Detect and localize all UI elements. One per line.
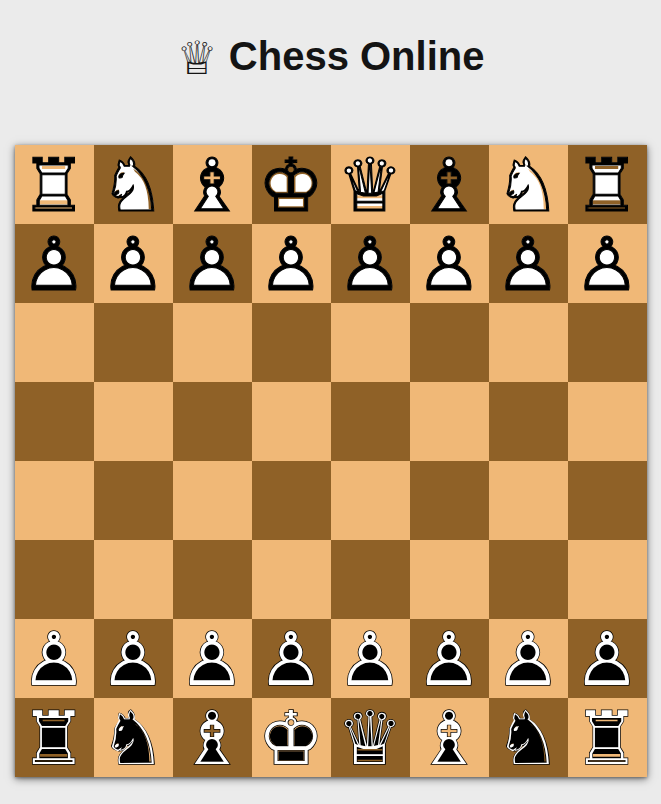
square-h6[interactable] — [15, 540, 94, 619]
square-c6[interactable] — [410, 540, 489, 619]
square-h7[interactable]: ♟♙ — [15, 619, 94, 698]
square-b3[interactable] — [489, 303, 568, 382]
page-title-text: Chess Online — [229, 34, 485, 78]
square-g2[interactable]: ♟♙ — [94, 224, 173, 303]
white-pawn[interactable]: ♟♙ — [173, 224, 252, 303]
piece-outline-glyph: ♗ — [410, 698, 489, 777]
black-bishop[interactable]: ♝♗ — [173, 698, 252, 777]
square-c4[interactable] — [410, 382, 489, 461]
square-a7[interactable]: ♟♙ — [568, 619, 647, 698]
square-f8[interactable]: ♝♗ — [173, 698, 252, 777]
square-g8[interactable]: ♞♘ — [94, 698, 173, 777]
black-knight[interactable]: ♞♘ — [94, 698, 173, 777]
white-rook[interactable]: ♜♖ — [568, 145, 647, 224]
square-e6[interactable] — [252, 540, 331, 619]
square-d6[interactable] — [331, 540, 410, 619]
square-c5[interactable] — [410, 461, 489, 540]
square-d8[interactable]: ♛♕ — [331, 698, 410, 777]
black-pawn[interactable]: ♟♙ — [15, 619, 94, 698]
page: ♕Chess Online ♜♖♞♘♝♗♚♔♛♕♝♗♞♘♜♖♟♙♟♙♟♙♟♙♟♙… — [0, 32, 661, 777]
square-e7[interactable]: ♟♙ — [252, 619, 331, 698]
square-c2[interactable]: ♟♙ — [410, 224, 489, 303]
piece-outline-glyph: ♖ — [568, 698, 647, 777]
black-bishop[interactable]: ♝♗ — [410, 698, 489, 777]
piece-outline-glyph: ♘ — [94, 145, 173, 224]
square-a5[interactable] — [568, 461, 647, 540]
square-f4[interactable] — [173, 382, 252, 461]
square-e3[interactable] — [252, 303, 331, 382]
square-b7[interactable]: ♟♙ — [489, 619, 568, 698]
white-queen-icon: ♕ — [177, 31, 218, 85]
piece-outline-glyph: ♕ — [331, 145, 410, 224]
piece-outline-glyph: ♗ — [173, 145, 252, 224]
square-e1[interactable]: ♚♔ — [252, 145, 331, 224]
piece-outline-glyph: ♔ — [252, 698, 331, 777]
square-g4[interactable] — [94, 382, 173, 461]
square-f1[interactable]: ♝♗ — [173, 145, 252, 224]
square-h1[interactable]: ♜♖ — [15, 145, 94, 224]
white-bishop[interactable]: ♝♗ — [410, 145, 489, 224]
square-d2[interactable]: ♟♙ — [331, 224, 410, 303]
black-rook[interactable]: ♜♖ — [568, 698, 647, 777]
chess-board: ♜♖♞♘♝♗♚♔♛♕♝♗♞♘♜♖♟♙♟♙♟♙♟♙♟♙♟♙♟♙♟♙♟♙♟♙♟♙♟♙… — [15, 145, 647, 777]
square-d4[interactable] — [331, 382, 410, 461]
square-g1[interactable]: ♞♘ — [94, 145, 173, 224]
white-pawn[interactable]: ♟♙ — [410, 224, 489, 303]
square-e8[interactable]: ♚♔ — [252, 698, 331, 777]
page-title: ♕Chess Online — [0, 32, 661, 82]
square-c3[interactable] — [410, 303, 489, 382]
square-h2[interactable]: ♟♙ — [15, 224, 94, 303]
white-pawn[interactable]: ♟♙ — [94, 224, 173, 303]
square-b4[interactable] — [489, 382, 568, 461]
piece-outline-glyph: ♙ — [489, 224, 568, 303]
square-d1[interactable]: ♛♕ — [331, 145, 410, 224]
piece-outline-glyph: ♙ — [410, 224, 489, 303]
piece-outline-glyph: ♙ — [252, 619, 331, 698]
piece-outline-glyph: ♔ — [252, 145, 331, 224]
piece-outline-glyph: ♙ — [173, 224, 252, 303]
square-b5[interactable] — [489, 461, 568, 540]
square-c1[interactable]: ♝♗ — [410, 145, 489, 224]
black-pawn[interactable]: ♟♙ — [252, 619, 331, 698]
square-f2[interactable]: ♟♙ — [173, 224, 252, 303]
piece-outline-glyph: ♕ — [331, 698, 410, 777]
black-pawn[interactable]: ♟♙ — [331, 619, 410, 698]
piece-outline-glyph: ♖ — [15, 698, 94, 777]
square-f3[interactable] — [173, 303, 252, 382]
piece-outline-glyph: ♖ — [15, 145, 94, 224]
black-pawn[interactable]: ♟♙ — [173, 619, 252, 698]
square-a2[interactable]: ♟♙ — [568, 224, 647, 303]
piece-outline-glyph: ♙ — [331, 619, 410, 698]
square-d3[interactable] — [331, 303, 410, 382]
square-a6[interactable] — [568, 540, 647, 619]
square-e2[interactable]: ♟♙ — [252, 224, 331, 303]
square-a3[interactable] — [568, 303, 647, 382]
square-g6[interactable] — [94, 540, 173, 619]
white-pawn[interactable]: ♟♙ — [252, 224, 331, 303]
square-f5[interactable] — [173, 461, 252, 540]
piece-outline-glyph: ♗ — [410, 145, 489, 224]
square-f7[interactable]: ♟♙ — [173, 619, 252, 698]
square-b1[interactable]: ♞♘ — [489, 145, 568, 224]
piece-outline-glyph: ♙ — [568, 224, 647, 303]
piece-outline-glyph: ♙ — [15, 224, 94, 303]
black-queen[interactable]: ♛♕ — [331, 698, 410, 777]
piece-outline-glyph: ♙ — [489, 619, 568, 698]
square-a4[interactable] — [568, 382, 647, 461]
square-d7[interactable]: ♟♙ — [331, 619, 410, 698]
white-pawn[interactable]: ♟♙ — [15, 224, 94, 303]
piece-outline-glyph: ♙ — [94, 619, 173, 698]
square-g3[interactable] — [94, 303, 173, 382]
square-a1[interactable]: ♜♖ — [568, 145, 647, 224]
square-c8[interactable]: ♝♗ — [410, 698, 489, 777]
piece-outline-glyph: ♘ — [489, 698, 568, 777]
black-pawn[interactable]: ♟♙ — [410, 619, 489, 698]
black-pawn[interactable]: ♟♙ — [489, 619, 568, 698]
piece-outline-glyph: ♙ — [568, 619, 647, 698]
piece-outline-glyph: ♙ — [331, 224, 410, 303]
black-pawn[interactable]: ♟♙ — [568, 619, 647, 698]
square-h4[interactable] — [15, 382, 94, 461]
white-queen[interactable]: ♛♕ — [331, 145, 410, 224]
white-rook[interactable]: ♜♖ — [15, 145, 94, 224]
square-e5[interactable] — [252, 461, 331, 540]
square-g7[interactable]: ♟♙ — [94, 619, 173, 698]
black-pawn[interactable]: ♟♙ — [94, 619, 173, 698]
black-knight[interactable]: ♞♘ — [489, 698, 568, 777]
white-bishop[interactable]: ♝♗ — [173, 145, 252, 224]
piece-outline-glyph: ♘ — [489, 145, 568, 224]
square-a8[interactable]: ♜♖ — [568, 698, 647, 777]
square-e4[interactable] — [252, 382, 331, 461]
piece-outline-glyph: ♙ — [252, 224, 331, 303]
white-king[interactable]: ♚♔ — [252, 145, 331, 224]
piece-outline-glyph: ♗ — [173, 698, 252, 777]
square-c7[interactable]: ♟♙ — [410, 619, 489, 698]
piece-outline-glyph: ♖ — [568, 145, 647, 224]
piece-outline-glyph: ♙ — [410, 619, 489, 698]
square-h5[interactable] — [15, 461, 94, 540]
white-knight[interactable]: ♞♘ — [489, 145, 568, 224]
white-pawn[interactable]: ♟♙ — [568, 224, 647, 303]
square-d5[interactable] — [331, 461, 410, 540]
square-f6[interactable] — [173, 540, 252, 619]
piece-outline-glyph: ♙ — [94, 224, 173, 303]
white-pawn[interactable]: ♟♙ — [489, 224, 568, 303]
white-pawn[interactable]: ♟♙ — [331, 224, 410, 303]
square-b8[interactable]: ♞♘ — [489, 698, 568, 777]
piece-outline-glyph: ♙ — [173, 619, 252, 698]
square-g5[interactable] — [94, 461, 173, 540]
square-h8[interactable]: ♜♖ — [15, 698, 94, 777]
square-b2[interactable]: ♟♙ — [489, 224, 568, 303]
piece-outline-glyph: ♙ — [15, 619, 94, 698]
square-h3[interactable] — [15, 303, 94, 382]
black-king[interactable]: ♚♔ — [252, 698, 331, 777]
square-b6[interactable] — [489, 540, 568, 619]
black-rook[interactable]: ♜♖ — [15, 698, 94, 777]
piece-outline-glyph: ♘ — [94, 698, 173, 777]
white-knight[interactable]: ♞♘ — [94, 145, 173, 224]
